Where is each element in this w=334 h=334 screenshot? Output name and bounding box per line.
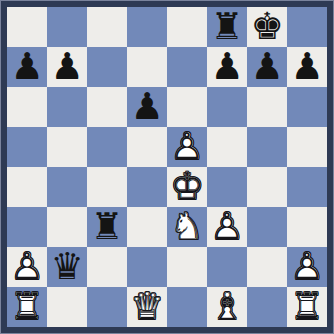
square-g8[interactable]: ♚ [247,7,287,47]
square-f8[interactable]: ♜ [207,7,247,47]
square-b3[interactable] [47,207,87,247]
square-e2[interactable] [167,247,207,287]
square-g3[interactable] [247,207,287,247]
white-knight-glyph-outline: ♘ [167,207,207,247]
piece-white-pawn[interactable]: ♟♙ [207,207,247,247]
piece-black-pawn[interactable]: ♟ [127,87,167,127]
square-d5[interactable] [127,127,167,167]
square-f5[interactable] [207,127,247,167]
square-h2[interactable]: ♟♙ [287,247,327,287]
square-a7[interactable]: ♟ [7,47,47,87]
square-b2[interactable]: ♛ [47,247,87,287]
chess-board: ♜♚♟♟♟♟♟♟♟♙♚♔♜♞♘♟♙♟♙♛♟♙♜♖♛♕♝♗♜♖ [7,7,327,327]
square-b4[interactable] [47,167,87,207]
piece-black-pawn[interactable]: ♟ [287,47,327,87]
piece-black-rook[interactable]: ♜ [207,7,247,47]
square-d1[interactable]: ♛♕ [127,287,167,327]
square-d4[interactable] [127,167,167,207]
piece-white-rook[interactable]: ♜♖ [287,287,327,327]
square-f4[interactable] [207,167,247,207]
square-f1[interactable]: ♝♗ [207,287,247,327]
square-c3[interactable]: ♜ [87,207,127,247]
piece-white-bishop[interactable]: ♝♗ [207,287,247,327]
square-d8[interactable] [127,7,167,47]
square-e1[interactable] [167,287,207,327]
square-h6[interactable] [287,87,327,127]
piece-white-knight[interactable]: ♞♘ [167,207,207,247]
piece-black-pawn[interactable]: ♟ [47,47,87,87]
square-g1[interactable] [247,287,287,327]
square-a4[interactable] [7,167,47,207]
square-h3[interactable] [287,207,327,247]
square-d6[interactable]: ♟ [127,87,167,127]
white-bishop-glyph-outline: ♗ [207,287,247,327]
square-f6[interactable] [207,87,247,127]
piece-white-rook[interactable]: ♜♖ [7,287,47,327]
square-c6[interactable] [87,87,127,127]
square-a2[interactable]: ♟♙ [7,247,47,287]
piece-white-queen[interactable]: ♛♕ [127,287,167,327]
square-g2[interactable] [247,247,287,287]
square-h1[interactable]: ♜♖ [287,287,327,327]
square-f7[interactable]: ♟ [207,47,247,87]
square-b7[interactable]: ♟ [47,47,87,87]
square-g6[interactable] [247,87,287,127]
piece-white-king[interactable]: ♚♔ [167,167,207,207]
piece-black-rook[interactable]: ♜ [87,207,127,247]
square-b1[interactable] [47,287,87,327]
white-king-glyph-outline: ♔ [167,167,207,207]
piece-black-pawn[interactable]: ♟ [7,47,47,87]
square-g7[interactable]: ♟ [247,47,287,87]
square-h4[interactable] [287,167,327,207]
square-g4[interactable] [247,167,287,207]
square-d7[interactable] [127,47,167,87]
square-e5[interactable]: ♟♙ [167,127,207,167]
square-e7[interactable] [167,47,207,87]
piece-white-pawn[interactable]: ♟♙ [287,247,327,287]
white-pawn-glyph-outline: ♙ [207,207,247,247]
square-c1[interactable] [87,287,127,327]
piece-black-queen[interactable]: ♛ [47,247,87,287]
square-h8[interactable] [287,7,327,47]
white-pawn-glyph-outline: ♙ [7,247,47,287]
square-a1[interactable]: ♜♖ [7,287,47,327]
piece-white-pawn[interactable]: ♟♙ [167,127,207,167]
white-rook-glyph-outline: ♖ [7,287,47,327]
square-d3[interactable] [127,207,167,247]
square-a5[interactable] [7,127,47,167]
square-b5[interactable] [47,127,87,167]
square-c4[interactable] [87,167,127,207]
white-pawn-glyph-outline: ♙ [167,127,207,167]
white-rook-glyph-outline: ♖ [287,287,327,327]
square-e6[interactable] [167,87,207,127]
square-c7[interactable] [87,47,127,87]
square-c2[interactable] [87,247,127,287]
piece-black-king[interactable]: ♚ [247,7,287,47]
square-a3[interactable] [7,207,47,247]
square-a8[interactable] [7,7,47,47]
square-f3[interactable]: ♟♙ [207,207,247,247]
square-f2[interactable] [207,247,247,287]
square-e8[interactable] [167,7,207,47]
square-a6[interactable] [7,87,47,127]
chess-board-frame: ♜♚♟♟♟♟♟♟♟♙♚♔♜♞♘♟♙♟♙♛♟♙♜♖♛♕♝♗♜♖ [0,0,334,334]
white-queen-glyph-outline: ♕ [127,287,167,327]
square-c5[interactable] [87,127,127,167]
square-b8[interactable] [47,7,87,47]
square-h5[interactable] [287,127,327,167]
square-g5[interactable] [247,127,287,167]
square-e4[interactable]: ♚♔ [167,167,207,207]
piece-white-pawn[interactable]: ♟♙ [7,247,47,287]
square-h7[interactable]: ♟ [287,47,327,87]
piece-black-pawn[interactable]: ♟ [247,47,287,87]
white-pawn-glyph-outline: ♙ [287,247,327,287]
square-d2[interactable] [127,247,167,287]
piece-black-pawn[interactable]: ♟ [207,47,247,87]
square-c8[interactable] [87,7,127,47]
square-e3[interactable]: ♞♘ [167,207,207,247]
square-b6[interactable] [47,87,87,127]
